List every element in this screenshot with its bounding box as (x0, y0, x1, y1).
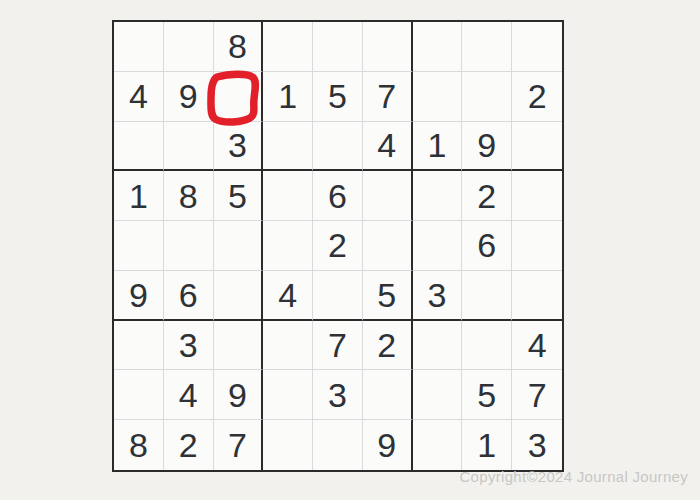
cell-r6c1[interactable]: 9 (114, 271, 164, 321)
cell-r6c8[interactable] (462, 271, 512, 321)
cell-r3c6[interactable]: 4 (363, 122, 413, 172)
cell-r3c7[interactable]: 1 (413, 122, 463, 172)
cell-r4c2[interactable]: 8 (164, 171, 214, 221)
cell-r6c2[interactable]: 6 (164, 271, 214, 321)
cell-r3c5[interactable] (313, 122, 363, 172)
given-digit: 7 (328, 328, 347, 362)
cell-r4c3[interactable]: 5 (214, 171, 264, 221)
given-digit: 6 (179, 278, 198, 312)
sudoku-board-area: 84915723419185622696453372449357827913 (112, 20, 564, 472)
cell-r4c1[interactable]: 1 (114, 171, 164, 221)
cell-r6c7[interactable]: 3 (413, 271, 463, 321)
cell-r7c1[interactable] (114, 321, 164, 371)
given-digit: 5 (328, 79, 347, 113)
given-digit: 9 (129, 278, 148, 312)
given-digit: 1 (129, 179, 148, 213)
given-digit: 6 (477, 228, 496, 262)
cell-r6c4[interactable]: 4 (263, 271, 313, 321)
cell-r1c9[interactable] (512, 22, 562, 72)
given-digit: 2 (528, 79, 547, 113)
cell-r4c6[interactable] (363, 171, 413, 221)
cell-r4c7[interactable] (413, 171, 463, 221)
cell-r8c4[interactable] (263, 370, 313, 420)
cell-r9c5[interactable] (313, 420, 363, 470)
cell-r9c6[interactable]: 9 (363, 420, 413, 470)
given-digit: 7 (528, 378, 547, 412)
given-digit: 5 (477, 378, 496, 412)
cell-r9c9[interactable]: 3 (512, 420, 562, 470)
cell-r1c1[interactable] (114, 22, 164, 72)
cell-r8c2[interactable]: 4 (164, 370, 214, 420)
given-digit: 9 (477, 128, 496, 162)
cell-r6c5[interactable] (313, 271, 363, 321)
cell-r3c1[interactable] (114, 122, 164, 172)
cell-r1c5[interactable] (313, 22, 363, 72)
cell-r9c2[interactable]: 2 (164, 420, 214, 470)
cell-r7c6[interactable]: 2 (363, 321, 413, 371)
cell-r1c6[interactable] (363, 22, 413, 72)
given-digit: 3 (328, 378, 347, 412)
cell-r8c9[interactable]: 7 (512, 370, 562, 420)
cell-r8c5[interactable]: 3 (313, 370, 363, 420)
cell-r7c8[interactable] (462, 321, 512, 371)
given-digit: 1 (477, 428, 496, 462)
cell-r2c3[interactable] (214, 72, 264, 122)
cell-r7c7[interactable] (413, 321, 463, 371)
cell-r8c3[interactable]: 9 (214, 370, 264, 420)
cell-r5c2[interactable] (164, 221, 214, 271)
cell-r7c9[interactable]: 4 (512, 321, 562, 371)
cell-r3c9[interactable] (512, 122, 562, 172)
given-digit: 7 (228, 428, 247, 462)
given-digit: 2 (328, 228, 347, 262)
cell-r1c4[interactable] (263, 22, 313, 72)
given-digit: 3 (179, 328, 198, 362)
given-digit: 9 (228, 378, 247, 412)
cell-r8c7[interactable] (413, 370, 463, 420)
cell-r2c4[interactable]: 1 (263, 72, 313, 122)
given-digit: 8 (129, 428, 148, 462)
cell-r9c8[interactable]: 1 (462, 420, 512, 470)
cell-r5c9[interactable] (512, 221, 562, 271)
given-digit: 9 (377, 428, 396, 462)
sudoku-board: 84915723419185622696453372449357827913 (112, 20, 564, 472)
cell-r4c4[interactable] (263, 171, 313, 221)
watermark: Copyright©2024 Journal Journey (459, 468, 688, 485)
given-digit: 4 (377, 128, 396, 162)
cell-r5c4[interactable] (263, 221, 313, 271)
cell-r2c8[interactable] (462, 72, 512, 122)
cell-r1c3[interactable]: 8 (214, 22, 264, 72)
cell-r9c3[interactable]: 7 (214, 420, 264, 470)
cell-r5c6[interactable] (363, 221, 413, 271)
cell-r2c5[interactable]: 5 (313, 72, 363, 122)
given-digit: 4 (129, 79, 148, 113)
cell-r7c4[interactable] (263, 321, 313, 371)
cell-r6c9[interactable] (512, 271, 562, 321)
given-digit: 5 (377, 278, 396, 312)
cell-r8c8[interactable]: 5 (462, 370, 512, 420)
cell-r4c5[interactable]: 6 (313, 171, 363, 221)
cell-r3c8[interactable]: 9 (462, 122, 512, 172)
cell-r2c2[interactable]: 9 (164, 72, 214, 122)
cell-r5c3[interactable] (214, 221, 264, 271)
given-digit: 4 (278, 278, 297, 312)
cell-r5c8[interactable]: 6 (462, 221, 512, 271)
cell-r7c5[interactable]: 7 (313, 321, 363, 371)
cell-r3c3[interactable]: 3 (214, 122, 264, 172)
given-digit: 3 (528, 428, 547, 462)
cell-r2c6[interactable]: 7 (363, 72, 413, 122)
cell-r8c1[interactable] (114, 370, 164, 420)
cell-r3c4[interactable] (263, 122, 313, 172)
cell-r4c9[interactable] (512, 171, 562, 221)
cell-r8c6[interactable] (363, 370, 413, 420)
given-digit: 8 (179, 179, 198, 213)
cell-r1c7[interactable] (413, 22, 463, 72)
cell-r2c7[interactable] (413, 72, 463, 122)
given-digit: 2 (477, 179, 496, 213)
given-digit: 5 (228, 179, 247, 213)
cell-r9c7[interactable] (413, 420, 463, 470)
cell-r6c3[interactable] (214, 271, 264, 321)
cell-r9c4[interactable] (263, 420, 313, 470)
cell-r7c3[interactable] (214, 321, 264, 371)
cell-r6c6[interactable]: 5 (363, 271, 413, 321)
cell-r1c8[interactable] (462, 22, 512, 72)
cell-r5c7[interactable] (413, 221, 463, 271)
cell-r3c2[interactable] (164, 122, 214, 172)
given-digit: 8 (228, 29, 247, 63)
cell-r5c1[interactable] (114, 221, 164, 271)
cell-r5c5[interactable]: 2 (313, 221, 363, 271)
given-digit: 2 (377, 328, 396, 362)
given-digit: 1 (428, 128, 447, 162)
cell-r7c2[interactable]: 3 (164, 321, 214, 371)
given-digit: 3 (428, 278, 447, 312)
given-digit: 3 (228, 128, 247, 162)
cell-r2c9[interactable]: 2 (512, 72, 562, 122)
cell-r9c1[interactable]: 8 (114, 420, 164, 470)
given-digit: 1 (278, 79, 297, 113)
given-digit: 4 (528, 328, 547, 362)
given-digit: 2 (179, 428, 198, 462)
given-digit: 4 (179, 378, 198, 412)
cell-r1c2[interactable] (164, 22, 214, 72)
given-digit: 9 (179, 79, 198, 113)
cell-r4c8[interactable]: 2 (462, 171, 512, 221)
given-digit: 7 (377, 79, 396, 113)
cell-r2c1[interactable]: 4 (114, 72, 164, 122)
given-digit: 6 (328, 179, 347, 213)
